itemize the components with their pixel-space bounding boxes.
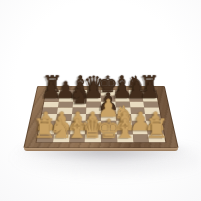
square-e3[interactable] <box>101 121 116 128</box>
square-a1[interactable]: ♜ <box>36 135 53 143</box>
square-c2[interactable]: ♟ <box>69 127 85 134</box>
square-c7[interactable]: ♟ <box>72 96 86 102</box>
square-b2[interactable]: ♟ <box>53 127 69 134</box>
square-b7[interactable]: ♟ <box>58 96 73 102</box>
square-f7[interactable]: ♟ <box>114 96 128 102</box>
square-c3[interactable] <box>70 121 86 128</box>
square-c1[interactable]: ♝ <box>68 135 84 143</box>
square-h7[interactable]: ♟ <box>142 96 157 102</box>
square-g7[interactable]: ♟ <box>128 96 143 102</box>
square-h1[interactable]: ♜ <box>148 135 165 143</box>
square-h3[interactable] <box>146 121 162 128</box>
square-a3[interactable] <box>39 121 55 128</box>
square-e2[interactable] <box>101 127 117 134</box>
square-g1[interactable] <box>132 135 149 143</box>
square-e1[interactable]: ♚ <box>101 135 117 143</box>
square-d2[interactable]: ♟ <box>85 127 101 134</box>
square-g3[interactable] <box>131 121 147 128</box>
square-a2[interactable]: ♟ <box>38 127 55 134</box>
square-d1[interactable]: ♛ <box>84 135 100 143</box>
chess-board-grid: ♜♝♛♚♝♞♜♟♟♟♟♟♟♟♞♟♟♞♟♟♟♟♟♟♟♜♞♝♛♚♝♜ <box>36 90 165 142</box>
square-a7[interactable]: ♟ <box>44 96 59 102</box>
square-b1[interactable]: ♞ <box>52 135 69 143</box>
square-g2[interactable]: ♟ <box>131 127 147 134</box>
square-f2[interactable]: ♟ <box>116 127 132 134</box>
square-f3[interactable]: ♞ <box>116 121 132 128</box>
square-h2[interactable]: ♟ <box>147 127 164 134</box>
square-d3[interactable] <box>85 121 100 128</box>
chess-board: ♜♝♛♚♝♞♜♟♟♟♟♟♟♟♞♟♟♞♟♟♟♟♟♟♟♜♞♝♛♚♝♜ <box>23 86 178 148</box>
square-f1[interactable]: ♝ <box>116 135 132 143</box>
square-e7[interactable] <box>101 96 115 102</box>
square-b3[interactable] <box>54 121 70 128</box>
square-d7[interactable]: ♟ <box>86 96 100 102</box>
product-photo-scene: ♜♝♛♚♝♞♜♟♟♟♟♟♟♟♞♟♟♞♟♟♟♟♟♟♟♜♞♝♛♚♝♜ <box>0 0 201 201</box>
